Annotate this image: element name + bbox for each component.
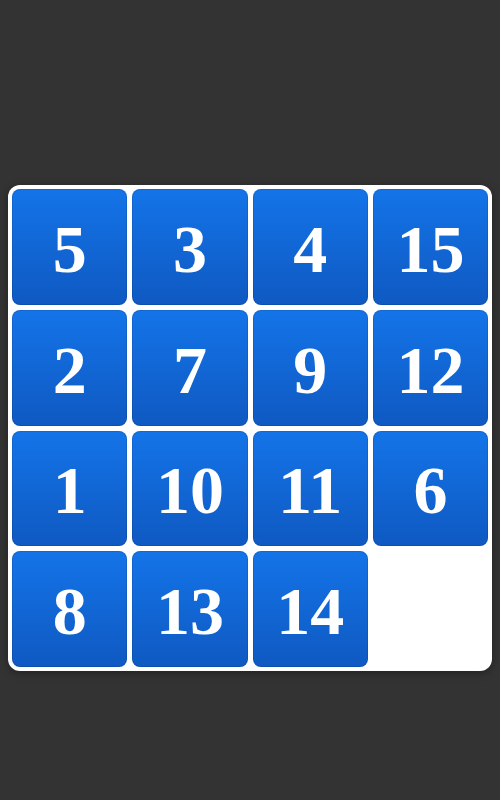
tile-12[interactable]: 12 (373, 310, 488, 426)
tile-15[interactable]: 15 (373, 189, 488, 305)
tile-14[interactable]: 14 (253, 551, 368, 667)
tile-5[interactable]: 5 (12, 189, 127, 305)
tile-8[interactable]: 8 (12, 551, 127, 667)
tile-11[interactable]: 11 (253, 431, 368, 547)
puzzle-board: 534152791211011681314 (8, 185, 492, 671)
tile-13[interactable]: 13 (132, 551, 247, 667)
tile-1[interactable]: 1 (12, 431, 127, 547)
tile-6[interactable]: 6 (373, 431, 488, 547)
tile-9[interactable]: 9 (253, 310, 368, 426)
tile-4[interactable]: 4 (253, 189, 368, 305)
tile-10[interactable]: 10 (132, 431, 247, 547)
tile-3[interactable]: 3 (132, 189, 247, 305)
tile-7[interactable]: 7 (132, 310, 247, 426)
empty-cell (373, 551, 488, 667)
tile-2[interactable]: 2 (12, 310, 127, 426)
